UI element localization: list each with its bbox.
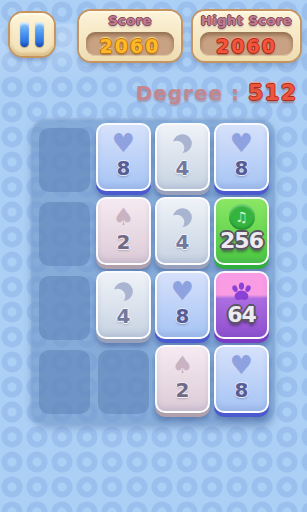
board-cell bbox=[39, 128, 90, 192]
board-cell bbox=[39, 350, 90, 414]
degree-readout: Degree : 512 bbox=[136, 80, 297, 105]
tile-icon-slot: ♥ bbox=[230, 128, 253, 158]
moon-icon bbox=[170, 131, 195, 156]
score-panel: Score 2060 bbox=[79, 11, 181, 61]
tile-number: 2 bbox=[157, 378, 208, 402]
board-cell: 4 bbox=[157, 128, 208, 192]
tile-2: ♠2 bbox=[96, 197, 151, 265]
high-score-panel: Hight Score 2060 bbox=[193, 11, 300, 61]
tile-icon-slot bbox=[170, 128, 195, 158]
heart-icon: ♥ bbox=[171, 278, 194, 304]
pause-icon bbox=[20, 22, 29, 47]
tile-icon-slot: ♥ bbox=[112, 128, 135, 158]
board-cell bbox=[98, 350, 149, 414]
degree-label: Degree : bbox=[136, 81, 240, 105]
board-cell: ♥8 bbox=[157, 276, 208, 340]
moon-icon bbox=[170, 205, 195, 230]
high-score-label: Hight Score bbox=[193, 13, 300, 28]
board-cell: ♠2 bbox=[157, 350, 208, 414]
game-screen: Score 2060 Hight Score 2060 Degree : 512… bbox=[0, 0, 307, 512]
board-cell: ♥8 bbox=[98, 128, 149, 192]
score-value: 2060 bbox=[79, 35, 181, 57]
board-cell: ♥8 bbox=[216, 128, 267, 192]
board[interactable]: ♥84♥8♠24♫2564♥864♠2♥8 bbox=[31, 118, 275, 424]
board-cell: 4 bbox=[98, 276, 149, 340]
tile-number: 4 bbox=[98, 304, 149, 328]
tile-8: ♥8 bbox=[214, 123, 269, 191]
board-cell bbox=[39, 276, 90, 340]
paw-icon bbox=[228, 278, 255, 305]
tile-number: 64 bbox=[216, 302, 267, 327]
tile-number: 256 bbox=[216, 228, 267, 253]
degree-value: 512 bbox=[248, 80, 297, 105]
tile-4: 4 bbox=[155, 197, 210, 265]
tile-icon-slot bbox=[170, 202, 195, 232]
tile-number: 8 bbox=[157, 304, 208, 328]
tile-number: 2 bbox=[98, 230, 149, 254]
tile-icon-slot: ♠ bbox=[172, 350, 194, 380]
board-cell bbox=[39, 202, 90, 266]
board-cell: ♥8 bbox=[216, 350, 267, 414]
tile-8: ♥8 bbox=[214, 345, 269, 413]
tile-256: ♫256 bbox=[214, 197, 269, 265]
tile-icon-slot: ♥ bbox=[171, 276, 194, 306]
tile-icon-slot bbox=[111, 276, 136, 306]
heart-icon: ♥ bbox=[230, 130, 253, 156]
board-cell: ♠2 bbox=[98, 202, 149, 266]
pause-button[interactable] bbox=[10, 13, 54, 56]
pause-icon bbox=[35, 22, 44, 47]
heart-icon: ♥ bbox=[112, 130, 135, 156]
board-cell: 64 bbox=[216, 276, 267, 340]
heart-icon: ♥ bbox=[230, 352, 253, 378]
moon-icon bbox=[111, 279, 136, 304]
tile-8: ♥8 bbox=[96, 123, 151, 191]
tile-icon-slot: ♥ bbox=[230, 350, 253, 380]
tile-number: 8 bbox=[98, 156, 149, 180]
tile-number: 8 bbox=[216, 156, 267, 180]
tile-64: 64 bbox=[214, 271, 269, 339]
tile-8: ♥8 bbox=[155, 271, 210, 339]
board-cell: 4 bbox=[157, 202, 208, 266]
tile-number: 8 bbox=[216, 378, 267, 402]
tile-number: 4 bbox=[157, 156, 208, 180]
tile-icon-slot: ♠ bbox=[113, 202, 135, 232]
tile-4: 4 bbox=[96, 271, 151, 339]
tile-number: 4 bbox=[157, 230, 208, 254]
leaf-icon: ♠ bbox=[113, 205, 135, 229]
music-note-icon: ♫ bbox=[229, 204, 255, 230]
score-label: Score bbox=[79, 13, 181, 28]
tile-2: ♠2 bbox=[155, 345, 210, 413]
leaf-icon: ♠ bbox=[172, 353, 194, 377]
tile-4: 4 bbox=[155, 123, 210, 191]
high-score-value: 2060 bbox=[193, 35, 300, 57]
board-cell: ♫256 bbox=[216, 202, 267, 266]
